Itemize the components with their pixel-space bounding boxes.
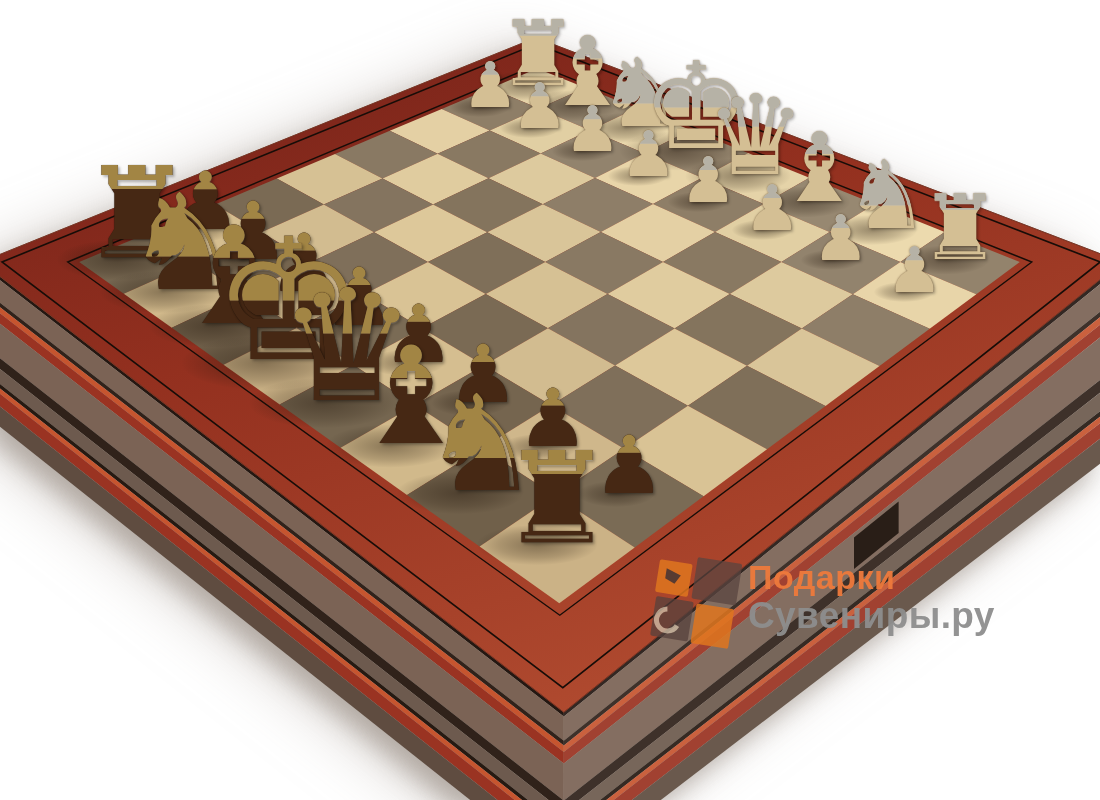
piece-white-pawn[interactable]: ♟♟ xyxy=(564,98,620,161)
piece-white-pawn[interactable]: ♟♟ xyxy=(813,207,869,270)
piece-white-pawn[interactable]: ♟♟ xyxy=(744,177,800,240)
piece-white-pawn[interactable]: ♟♟ xyxy=(462,53,518,116)
piece-white-pawn[interactable]: ♟♟ xyxy=(620,122,676,185)
watermark-line1: Подарки xyxy=(748,560,995,595)
gift-box-icon xyxy=(644,550,744,652)
piece-white-pawn[interactable]: ♟♟ xyxy=(680,149,736,212)
product-photo-stage: ♜♜♞♞♝♝♛♛♚♚♞♞♝♝♜♜♟♟♟♟♟♟♟♟♟♟♟♟♟♟♟♟♜♜♞♞♝♝♛♛… xyxy=(0,0,1100,800)
piece-black-rook[interactable]: ♜♜ xyxy=(501,436,614,562)
piece-white-pawn[interactable]: ♟♟ xyxy=(886,239,942,302)
piece-white-pawn[interactable]: ♟♟ xyxy=(512,75,568,138)
watermark-text: Подарки Сувениры.ру xyxy=(748,550,995,636)
pieces-layer: ♜♜♞♞♝♝♛♛♚♚♞♞♝♝♜♜♟♟♟♟♟♟♟♟♟♟♟♟♟♟♟♟♜♜♞♞♝♝♛♛… xyxy=(0,0,1100,800)
watermark: Подарки Сувениры.ру xyxy=(644,550,995,652)
watermark-line2: Сувениры.ру xyxy=(748,597,995,635)
